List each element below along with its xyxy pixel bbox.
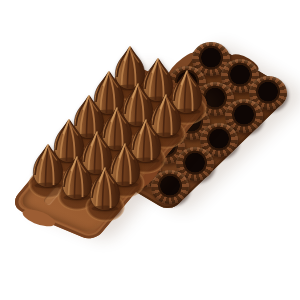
product-photo-canvas (0, 0, 300, 300)
mold-cavity-opening (151, 170, 189, 204)
chocolate-flame (83, 164, 127, 216)
